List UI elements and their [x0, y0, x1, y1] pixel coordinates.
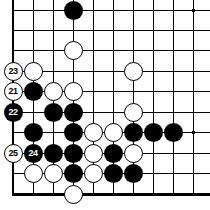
stone-black: [64, 144, 83, 163]
star-point-icon: [192, 131, 195, 134]
stone-black: [24, 82, 43, 101]
move-number-label: 25: [8, 149, 17, 158]
stone-black: [44, 144, 63, 163]
stone-white: [124, 144, 143, 163]
grid-line-horizontal: [12, 10, 210, 11]
stone-black: [64, 1, 83, 20]
stone-white: [44, 82, 63, 101]
move-number-label: 21: [8, 87, 17, 96]
go-board: 2321222524: [0, 0, 210, 210]
stone-black: [44, 103, 63, 122]
stone-black: [64, 164, 83, 183]
stone-white: [84, 144, 103, 163]
stone-white: [84, 123, 103, 142]
move-number-label: 23: [8, 67, 17, 76]
stone-white-move-25: 25: [4, 144, 23, 163]
stone-black: [24, 123, 43, 142]
star-point-icon: [192, 9, 195, 12]
stone-white-move-21: 21: [4, 82, 23, 101]
stone-black: [124, 123, 143, 142]
move-number-label: 24: [28, 149, 37, 158]
stone-white: [64, 41, 83, 60]
stone-white: [44, 164, 63, 183]
stone-white: [64, 82, 83, 101]
board-edge-bottom: [12, 193, 210, 196]
stone-black: [164, 123, 183, 142]
stone-black: [104, 164, 123, 183]
grid-line-horizontal: [12, 112, 210, 113]
move-number-label: 22: [8, 108, 17, 117]
stone-black: [144, 123, 163, 142]
stone-black: [104, 144, 123, 163]
stone-black-move-24: 24: [24, 144, 43, 163]
stone-white: [84, 164, 103, 183]
stone-black: [64, 103, 83, 122]
stone-white: [104, 123, 123, 142]
stone-black: [64, 123, 83, 142]
stone-white: [124, 103, 143, 122]
stone-white: [124, 62, 143, 81]
stone-white: [24, 62, 43, 81]
stone-white: [64, 185, 83, 204]
grid-line-horizontal: [12, 30, 210, 31]
stone-white-move-23: 23: [4, 62, 23, 81]
grid-line-horizontal: [12, 50, 210, 51]
stone-black-move-22: 22: [4, 103, 23, 122]
stone-black: [124, 164, 143, 183]
stone-white: [24, 164, 43, 183]
